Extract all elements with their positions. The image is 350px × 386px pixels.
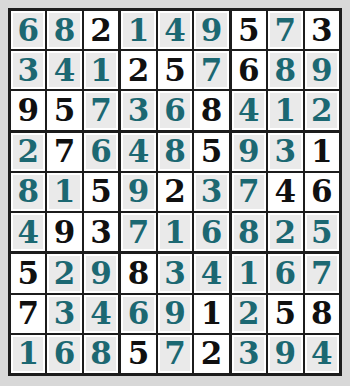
- box-3: 573689412: [232, 11, 339, 130]
- cell-r9c1[interactable]: 1: [11, 335, 45, 373]
- cell-r8c8[interactable]: 5: [268, 295, 302, 333]
- cell-r4c8[interactable]: 3: [268, 133, 302, 171]
- box-1: 682341957: [11, 11, 118, 130]
- cell-r9c4[interactable]: 5: [121, 335, 155, 373]
- cell-r3c8[interactable]: 1: [268, 91, 302, 129]
- cell-r3c2[interactable]: 5: [47, 91, 81, 129]
- cell-r5c9[interactable]: 6: [305, 173, 339, 211]
- cell-r5c4[interactable]: 9: [121, 173, 155, 211]
- cell-r9c9[interactable]: 4: [305, 335, 339, 373]
- cell-r6c6[interactable]: 6: [194, 213, 228, 251]
- cell-r7c5[interactable]: 3: [158, 254, 192, 292]
- cell-r4c2[interactable]: 7: [47, 133, 81, 171]
- cell-r6c7[interactable]: 8: [232, 213, 266, 251]
- cell-r1c5[interactable]: 4: [158, 11, 192, 49]
- cell-r7c4[interactable]: 8: [121, 254, 155, 292]
- cell-r5c8[interactable]: 4: [268, 173, 302, 211]
- cell-r3c5[interactable]: 6: [158, 91, 192, 129]
- cell-r9c3[interactable]: 8: [84, 335, 118, 373]
- cell-r3c1[interactable]: 9: [11, 91, 45, 129]
- cell-r2c8[interactable]: 8: [268, 51, 302, 89]
- cell-r4c5[interactable]: 8: [158, 133, 192, 171]
- cell-r1c4[interactable]: 1: [121, 11, 155, 49]
- cell-r9c2[interactable]: 6: [47, 335, 81, 373]
- cell-r6c5[interactable]: 1: [158, 213, 192, 251]
- cell-r7c2[interactable]: 2: [47, 254, 81, 292]
- cell-r7c8[interactable]: 6: [268, 254, 302, 292]
- cell-r7c7[interactable]: 1: [232, 254, 266, 292]
- cell-r6c8[interactable]: 2: [268, 213, 302, 251]
- box-2: 149257368: [121, 11, 228, 130]
- cell-r4c4[interactable]: 4: [121, 133, 155, 171]
- cell-r5c3[interactable]: 5: [84, 173, 118, 211]
- cell-r7c3[interactable]: 9: [84, 254, 118, 292]
- cell-r6c1[interactable]: 4: [11, 213, 45, 251]
- cell-r5c1[interactable]: 8: [11, 173, 45, 211]
- cell-r4c6[interactable]: 5: [194, 133, 228, 171]
- cell-r9c5[interactable]: 7: [158, 335, 192, 373]
- cell-r1c9[interactable]: 3: [305, 11, 339, 49]
- cell-r1c6[interactable]: 9: [194, 11, 228, 49]
- cell-r3c9[interactable]: 2: [305, 91, 339, 129]
- cell-r9c8[interactable]: 9: [268, 335, 302, 373]
- cell-r6c4[interactable]: 7: [121, 213, 155, 251]
- cell-r9c7[interactable]: 3: [232, 335, 266, 373]
- cell-r3c7[interactable]: 4: [232, 91, 266, 129]
- box-8: 834691572: [121, 254, 228, 373]
- cell-r8c9[interactable]: 8: [305, 295, 339, 333]
- cell-r8c4[interactable]: 6: [121, 295, 155, 333]
- box-6: 931746825: [232, 133, 339, 252]
- cell-r8c6[interactable]: 1: [194, 295, 228, 333]
- cell-r2c4[interactable]: 2: [121, 51, 155, 89]
- cell-r8c1[interactable]: 7: [11, 295, 45, 333]
- cell-r3c6[interactable]: 8: [194, 91, 228, 129]
- cell-r5c6[interactable]: 3: [194, 173, 228, 211]
- cell-r1c8[interactable]: 7: [268, 11, 302, 49]
- cell-r6c9[interactable]: 5: [305, 213, 339, 251]
- cell-r3c4[interactable]: 3: [121, 91, 155, 129]
- cell-r5c2[interactable]: 1: [47, 173, 81, 211]
- cell-r2c9[interactable]: 9: [305, 51, 339, 89]
- cell-r2c6[interactable]: 7: [194, 51, 228, 89]
- cell-r2c2[interactable]: 4: [47, 51, 81, 89]
- cell-r1c7[interactable]: 5: [232, 11, 266, 49]
- cell-r1c1[interactable]: 6: [11, 11, 45, 49]
- cell-r6c3[interactable]: 3: [84, 213, 118, 251]
- cell-r9c6[interactable]: 2: [194, 335, 228, 373]
- cell-r2c3[interactable]: 1: [84, 51, 118, 89]
- cell-r1c3[interactable]: 2: [84, 11, 118, 49]
- cell-r1c2[interactable]: 8: [47, 11, 81, 49]
- cell-r8c2[interactable]: 3: [47, 295, 81, 333]
- cell-r5c7[interactable]: 7: [232, 173, 266, 211]
- cell-r8c5[interactable]: 9: [158, 295, 192, 333]
- cell-r7c1[interactable]: 5: [11, 254, 45, 292]
- cell-r4c3[interactable]: 6: [84, 133, 118, 171]
- box-5: 485923716: [121, 133, 228, 252]
- cell-r8c3[interactable]: 4: [84, 295, 118, 333]
- cell-r4c9[interactable]: 1: [305, 133, 339, 171]
- cell-r5c5[interactable]: 2: [158, 173, 192, 211]
- cell-r7c6[interactable]: 4: [194, 254, 228, 292]
- cell-r6c2[interactable]: 9: [47, 213, 81, 251]
- box-7: 529734168: [11, 254, 118, 373]
- cell-r4c7[interactable]: 9: [232, 133, 266, 171]
- cell-r7c9[interactable]: 7: [305, 254, 339, 292]
- cell-r8c7[interactable]: 2: [232, 295, 266, 333]
- box-4: 276815493: [11, 133, 118, 252]
- cell-r2c7[interactable]: 6: [232, 51, 266, 89]
- cell-r2c5[interactable]: 5: [158, 51, 192, 89]
- cell-r3c3[interactable]: 7: [84, 91, 118, 129]
- cell-r4c1[interactable]: 2: [11, 133, 45, 171]
- box-9: 167258394: [232, 254, 339, 373]
- sudoku-board: 6823419571492573685736894122768154934859…: [8, 8, 342, 376]
- cell-r2c1[interactable]: 3: [11, 51, 45, 89]
